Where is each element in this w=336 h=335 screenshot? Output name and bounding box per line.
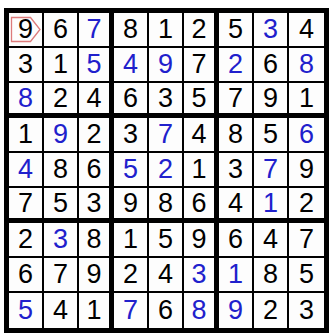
- sudoku-cell[interactable]: 2: [219, 48, 254, 83]
- cell-digit: 1: [263, 190, 278, 217]
- cell-digit: 8: [123, 16, 138, 43]
- sudoku-cell[interactable]: 8: [254, 258, 289, 293]
- sudoku-cell[interactable]: 1: [184, 153, 219, 188]
- sudoku-cell[interactable]: 6: [44, 13, 79, 48]
- sudoku-cell[interactable]: 1: [9, 118, 44, 153]
- cell-digit: 1: [158, 16, 173, 43]
- sudoku-page: 9678125343154972688246357911923748564865…: [0, 0, 336, 335]
- cell-digit: 9: [53, 121, 68, 148]
- sudoku-cell[interactable]: 3: [184, 258, 219, 293]
- cell-digit: 7: [263, 156, 278, 183]
- cell-digit: 6: [86, 156, 101, 183]
- sudoku-cell[interactable]: 1: [289, 83, 324, 118]
- cell-digit: 1: [123, 226, 138, 253]
- cell-digit: 5: [299, 261, 314, 288]
- cell-digit: 2: [228, 51, 243, 78]
- cell-digit: 6: [53, 16, 68, 43]
- sudoku-cell[interactable]: 9: [149, 48, 184, 83]
- cell-digit: 3: [263, 16, 278, 43]
- cell-digit: 6: [191, 190, 206, 217]
- cell-digit: 7: [18, 190, 33, 217]
- cell-digit: 2: [86, 121, 101, 148]
- sudoku-cell[interactable]: 3: [114, 118, 149, 153]
- sudoku-cell[interactable]: 7: [114, 293, 149, 328]
- cell-digit: 9: [18, 16, 33, 43]
- cell-digit: 9: [263, 85, 278, 112]
- cell-digit: 5: [191, 85, 206, 112]
- sudoku-cell[interactable]: 3: [289, 293, 324, 328]
- cell-digit: 7: [158, 121, 173, 148]
- cell-digit: 9: [228, 297, 243, 324]
- sudoku-cell[interactable]: 8: [184, 293, 219, 328]
- sudoku-cell[interactable]: 4: [149, 258, 184, 293]
- cell-digit: 1: [191, 156, 206, 183]
- sudoku-cell[interactable]: 2: [184, 13, 219, 48]
- cell-digit: 1: [53, 51, 68, 78]
- cell-digit: 5: [53, 190, 68, 217]
- sudoku-cell[interactable]: 7: [9, 188, 44, 223]
- sudoku-cell[interactable]: 8: [9, 83, 44, 118]
- sudoku-cell[interactable]: 9: [79, 258, 114, 293]
- cell-digit: 9: [191, 226, 206, 253]
- cell-digit: 7: [191, 51, 206, 78]
- sudoku-cell[interactable]: 5: [9, 293, 44, 328]
- cell-digit: 2: [158, 156, 173, 183]
- sudoku-cell[interactable]: 2: [289, 188, 324, 223]
- cell-digit: 4: [86, 85, 101, 112]
- cell-digit: 4: [263, 226, 278, 253]
- sudoku-cell[interactable]: 3: [9, 48, 44, 83]
- sudoku-cell[interactable]: 8: [289, 48, 324, 83]
- cell-digit: 4: [191, 121, 206, 148]
- cell-digit: 5: [263, 121, 278, 148]
- cell-digit: 5: [158, 226, 173, 253]
- sudoku-cell[interactable]: 1: [149, 13, 184, 48]
- sudoku-cell[interactable]: 4: [79, 83, 114, 118]
- sudoku-cell[interactable]: 8: [219, 118, 254, 153]
- sudoku-cell[interactable]: 2: [79, 118, 114, 153]
- cell-digit: 6: [158, 297, 173, 324]
- sudoku-cell[interactable]: 3: [219, 153, 254, 188]
- sudoku-cell[interactable]: 6: [9, 258, 44, 293]
- sudoku-cell[interactable]: 7: [289, 223, 324, 258]
- sudoku-cell[interactable]: 4: [219, 188, 254, 223]
- sudoku-cell[interactable]: 8: [44, 153, 79, 188]
- cell-digit: 6: [263, 51, 278, 78]
- cell-digit: 8: [263, 261, 278, 288]
- cell-digit: 8: [18, 85, 33, 112]
- cell-digit: 9: [299, 156, 314, 183]
- cell-digit: 4: [53, 297, 68, 324]
- sudoku-cell[interactable]: 6: [219, 223, 254, 258]
- cell-digit: 2: [123, 261, 138, 288]
- sudoku-cell[interactable]: 7: [184, 48, 219, 83]
- cell-digit: 9: [86, 261, 101, 288]
- cell-digit: 5: [18, 297, 33, 324]
- cell-digit: 3: [191, 261, 206, 288]
- sudoku-cell[interactable]: 2: [44, 83, 79, 118]
- sudoku-cell[interactable]: 7: [219, 83, 254, 118]
- cell-digit: 5: [86, 51, 101, 78]
- sudoku-cell[interactable]: 1: [114, 223, 149, 258]
- cell-digit: 8: [299, 51, 314, 78]
- sudoku-cell[interactable]: 4: [254, 223, 289, 258]
- sudoku-cell[interactable]: 6: [254, 48, 289, 83]
- sudoku-cell[interactable]: 7: [79, 13, 114, 48]
- cell-digit: 3: [299, 297, 314, 324]
- cell-digit: 2: [299, 190, 314, 217]
- cell-digit: 3: [18, 51, 33, 78]
- sudoku-cell[interactable]: 5: [114, 153, 149, 188]
- cell-digit: 7: [228, 85, 243, 112]
- sudoku-cell[interactable]: 7: [254, 153, 289, 188]
- cell-digit: 4: [18, 156, 33, 183]
- cell-digit: 1: [299, 85, 314, 112]
- sudoku-cell[interactable]: 9: [184, 223, 219, 258]
- sudoku-cell[interactable]: 4: [44, 293, 79, 328]
- sudoku-cell[interactable]: 8: [114, 13, 149, 48]
- cell-digit: 7: [53, 261, 68, 288]
- sudoku-cell[interactable]: 5: [254, 118, 289, 153]
- sudoku-cell[interactable]: 5: [44, 188, 79, 223]
- sudoku-cell[interactable]: 5: [219, 13, 254, 48]
- sudoku-cell[interactable]: 7: [44, 258, 79, 293]
- sudoku-cell[interactable]: 6: [289, 118, 324, 153]
- cell-digit: 2: [53, 85, 68, 112]
- sudoku-cell[interactable]: 5: [289, 258, 324, 293]
- cell-digit: 8: [228, 121, 243, 148]
- sudoku-board: 9678125343154972688246357911923748564865…: [4, 8, 329, 333]
- sudoku-cell[interactable]: 9: [9, 13, 44, 48]
- sudoku-cell[interactable]: 2: [149, 153, 184, 188]
- sudoku-cell[interactable]: 3: [149, 83, 184, 118]
- cell-digit: 3: [53, 226, 68, 253]
- cell-digit: 8: [191, 297, 206, 324]
- cell-digit: 8: [53, 156, 68, 183]
- sudoku-cell[interactable]: 4: [289, 13, 324, 48]
- cell-digit: 3: [86, 190, 101, 217]
- sudoku-cell[interactable]: 5: [184, 83, 219, 118]
- cell-digit: 7: [299, 226, 314, 253]
- cell-digit: 8: [158, 190, 173, 217]
- cell-digit: 1: [228, 261, 243, 288]
- sudoku-cell[interactable]: 1: [219, 258, 254, 293]
- sudoku-cell[interactable]: 8: [149, 188, 184, 223]
- cell-digit: 3: [158, 85, 173, 112]
- sudoku-cell[interactable]: 5: [79, 48, 114, 83]
- cell-digit: 9: [158, 51, 173, 78]
- cell-digit: 6: [18, 261, 33, 288]
- cell-digit: 6: [228, 226, 243, 253]
- cell-digit: 2: [263, 297, 278, 324]
- cell-digit: 2: [191, 16, 206, 43]
- cell-digit: 5: [228, 16, 243, 43]
- cell-digit: 3: [123, 121, 138, 148]
- sudoku-cell[interactable]: 3: [79, 188, 114, 223]
- sudoku-cell[interactable]: 4: [9, 153, 44, 188]
- sudoku-cell[interactable]: 6: [79, 153, 114, 188]
- sudoku-cell[interactable]: 9: [219, 293, 254, 328]
- cell-digit: 6: [299, 121, 314, 148]
- sudoku-cell[interactable]: 4: [114, 48, 149, 83]
- cell-digit: 2: [18, 226, 33, 253]
- cell-digit: 1: [18, 121, 33, 148]
- cell-digit: 7: [123, 297, 138, 324]
- sudoku-cell[interactable]: 2: [9, 223, 44, 258]
- sudoku-cell[interactable]: 5: [149, 223, 184, 258]
- cell-digit: 9: [123, 190, 138, 217]
- sudoku-cell[interactable]: 2: [254, 293, 289, 328]
- sudoku-cell[interactable]: 9: [44, 118, 79, 153]
- sudoku-cell[interactable]: 3: [44, 223, 79, 258]
- sudoku-cell[interactable]: 6: [114, 83, 149, 118]
- sudoku-cell[interactable]: 4: [184, 118, 219, 153]
- cell-digit: 3: [228, 156, 243, 183]
- cell-digit: 7: [86, 16, 101, 43]
- sudoku-cell[interactable]: 6: [184, 188, 219, 223]
- cell-digit: 8: [86, 226, 101, 253]
- cell-digit: 1: [86, 297, 101, 324]
- sudoku-cell[interactable]: 1: [254, 188, 289, 223]
- sudoku-cell[interactable]: 9: [114, 188, 149, 223]
- cell-digit: 6: [123, 85, 138, 112]
- cell-digit: 4: [158, 261, 173, 288]
- cell-digit: 4: [299, 16, 314, 43]
- sudoku-cell[interactable]: 8: [79, 223, 114, 258]
- sudoku-cell[interactable]: 2: [114, 258, 149, 293]
- cell-digit: 4: [228, 190, 243, 217]
- cell-digit: 4: [123, 51, 138, 78]
- sudoku-cell[interactable]: 3: [254, 13, 289, 48]
- sudoku-cell[interactable]: 9: [289, 153, 324, 188]
- sudoku-cell[interactable]: 6: [149, 293, 184, 328]
- sudoku-cell[interactable]: 7: [149, 118, 184, 153]
- sudoku-cell[interactable]: 1: [79, 293, 114, 328]
- cell-digit: 5: [123, 156, 138, 183]
- sudoku-cell[interactable]: 1: [44, 48, 79, 83]
- sudoku-cell[interactable]: 9: [254, 83, 289, 118]
